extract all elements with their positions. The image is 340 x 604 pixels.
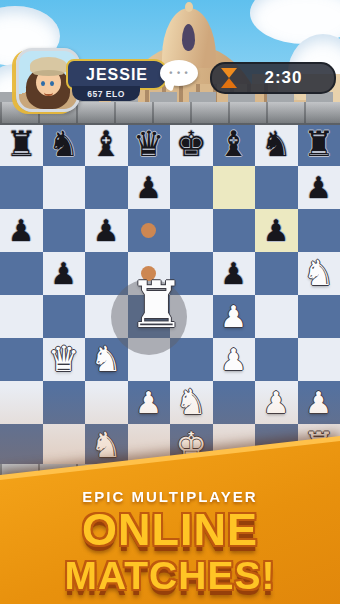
piece-black-queen: ♛ — [128, 123, 171, 166]
square-h2[interactable]: ♟ — [298, 381, 340, 424]
square-h4[interactable] — [298, 295, 340, 338]
square-f8[interactable]: ♝ — [213, 123, 256, 166]
piece-black-bishop: ♝ — [85, 123, 128, 166]
banner-title-line1: ONLINE — [82, 507, 258, 552]
square-d7[interactable]: ♟ — [128, 166, 171, 209]
piece-black-rook: ♜ — [298, 123, 340, 166]
piece-black-king: ♚ — [170, 123, 213, 166]
piece-black-knight: ♞ — [255, 123, 298, 166]
timer-value: 2:30 — [237, 68, 334, 88]
square-d2[interactable]: ♟ — [128, 381, 171, 424]
square-c3[interactable]: ♞ — [85, 338, 128, 381]
square-b4[interactable] — [43, 295, 86, 338]
square-g4[interactable] — [255, 295, 298, 338]
square-a8[interactable]: ♜ — [0, 123, 43, 166]
square-c6[interactable]: ♟ — [85, 209, 128, 252]
banner-body: EPIC MULTIPLAYER ONLINE MATCHES! — [0, 428, 340, 604]
chat-dots: • • • — [169, 68, 188, 78]
piece-black-pawn: ♟ — [298, 166, 340, 209]
avatar-eye — [50, 81, 54, 86]
player-name: JESSIE — [86, 66, 148, 84]
avatar-eye — [41, 81, 45, 86]
chat-bubble-icon[interactable]: • • • — [160, 60, 198, 86]
square-f6[interactable] — [213, 209, 256, 252]
chess-board: ♜♞♝♛♚♝♞♜♟♟♟♟♟♟♟♞♜♟♛♞♟♟♞♟♟♞♚♜ — [0, 123, 340, 467]
square-d8[interactable]: ♛ — [128, 123, 171, 166]
square-b7[interactable] — [43, 166, 86, 209]
square-b5[interactable]: ♟ — [43, 252, 86, 295]
banner-title-line2: MATCHES! — [65, 556, 276, 595]
square-f2[interactable] — [213, 381, 256, 424]
piece-black-pawn: ♟ — [0, 209, 43, 252]
square-h5[interactable]: ♞ — [298, 252, 340, 295]
hourglass-icon — [221, 68, 237, 88]
square-f7[interactable] — [213, 166, 256, 209]
square-c8[interactable]: ♝ — [85, 123, 128, 166]
square-a5[interactable] — [0, 252, 43, 295]
player-bar: JESSIE 657 ELO • • • 2:30 — [0, 44, 340, 106]
piece-black-pawn: ♟ — [43, 252, 86, 295]
square-a7[interactable] — [0, 166, 43, 209]
square-d4[interactable]: ♜ — [128, 295, 171, 338]
piece-black-knight: ♞ — [43, 123, 86, 166]
square-a2[interactable] — [0, 381, 43, 424]
square-g7[interactable] — [255, 166, 298, 209]
player-elo-pill: 657 ELO — [72, 86, 140, 101]
square-b3[interactable]: ♛ — [43, 338, 86, 381]
square-e8[interactable]: ♚ — [170, 123, 213, 166]
piece-black-pawn: ♟ — [213, 252, 256, 295]
avatar-smile — [44, 89, 53, 96]
piece-white-pawn: ♟ — [255, 381, 298, 424]
piece-black-pawn: ♟ — [128, 166, 171, 209]
square-f5[interactable]: ♟ — [213, 252, 256, 295]
square-g8[interactable]: ♞ — [255, 123, 298, 166]
piece-black-bishop: ♝ — [213, 123, 256, 166]
square-f3[interactable]: ♟ — [213, 338, 256, 381]
game-timer: 2:30 — [210, 62, 336, 94]
player-elo: 657 ELO — [87, 89, 125, 99]
square-a3[interactable] — [0, 338, 43, 381]
piece-white-rook: ♜ — [128, 273, 171, 316]
piece-black-rook: ♜ — [0, 123, 43, 166]
square-e3[interactable] — [170, 338, 213, 381]
square-a4[interactable] — [0, 295, 43, 338]
banner-kicker: EPIC MULTIPLAYER — [82, 488, 257, 505]
square-h6[interactable] — [298, 209, 340, 252]
piece-black-pawn: ♟ — [255, 209, 298, 252]
square-c2[interactable] — [85, 381, 128, 424]
square-h3[interactable] — [298, 338, 340, 381]
square-c7[interactable] — [85, 166, 128, 209]
square-e2[interactable]: ♞ — [170, 381, 213, 424]
square-f4[interactable]: ♟ — [213, 295, 256, 338]
piece-white-knight: ♞ — [170, 381, 213, 424]
piece-white-knight: ♞ — [85, 338, 128, 381]
square-h8[interactable]: ♜ — [298, 123, 340, 166]
square-g5[interactable] — [255, 252, 298, 295]
piece-black-pawn: ♟ — [85, 209, 128, 252]
piece-white-queen: ♛ — [43, 338, 86, 381]
square-b8[interactable]: ♞ — [43, 123, 86, 166]
square-g2[interactable]: ♟ — [255, 381, 298, 424]
square-c5[interactable] — [85, 252, 128, 295]
piece-white-pawn: ♟ — [213, 338, 256, 381]
piece-white-pawn: ♟ — [298, 381, 340, 424]
square-h7[interactable]: ♟ — [298, 166, 340, 209]
piece-white-pawn: ♟ — [213, 295, 256, 338]
square-b2[interactable] — [43, 381, 86, 424]
dome-tip — [185, 2, 193, 12]
square-a6[interactable]: ♟ — [0, 209, 43, 252]
square-e7[interactable] — [170, 166, 213, 209]
game-screen: JESSIE 657 ELO • • • 2:30 ♜♞♝♛♚♝♞♜♟♟♟♟♟♟… — [0, 0, 340, 604]
piece-white-pawn: ♟ — [128, 381, 171, 424]
piece-white-knight: ♞ — [298, 252, 340, 295]
square-g3[interactable] — [255, 338, 298, 381]
avatar-cap-brim — [33, 70, 64, 76]
promo-banner: EPIC MULTIPLAYER ONLINE MATCHES! — [0, 428, 340, 604]
square-b6[interactable] — [43, 209, 86, 252]
square-e6[interactable] — [170, 209, 213, 252]
square-g6[interactable]: ♟ — [255, 209, 298, 252]
